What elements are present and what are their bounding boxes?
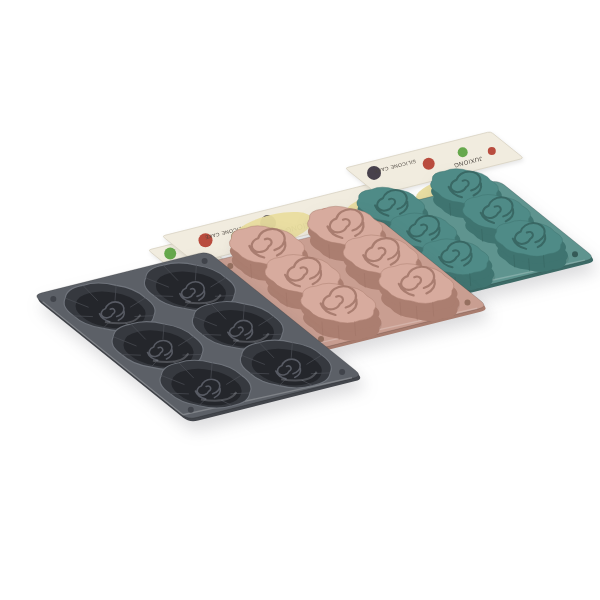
- corner-hole: [188, 407, 194, 413]
- cavity-facet-line: [170, 393, 189, 394]
- cavity-facet-line: [154, 296, 173, 297]
- cavity-facet-line: [122, 355, 141, 356]
- corner-hole: [465, 299, 471, 305]
- card-photo-blob: [423, 158, 435, 170]
- card-photo-blob: [458, 147, 468, 157]
- product-photo-stage: SILICONE CAKEJUXIONGSILICONE CAKEJUXIONG: [0, 0, 600, 600]
- corner-hole: [202, 258, 208, 264]
- corner-hole: [50, 296, 56, 302]
- cavity-facet-line: [183, 354, 202, 355]
- corner-hole: [572, 251, 578, 257]
- cavity-facet-line: [74, 316, 93, 317]
- scene-canvas: SILICONE CAKEJUXIONGSILICONE CAKEJUXIONG: [0, 0, 600, 600]
- cavity-facet-line: [202, 334, 221, 335]
- card-photo-blob: [164, 248, 176, 260]
- corner-hole: [339, 369, 345, 375]
- cavity-facet-line: [215, 296, 234, 297]
- cavity-facet-line: [250, 373, 269, 374]
- card-photo-blob: [488, 147, 496, 155]
